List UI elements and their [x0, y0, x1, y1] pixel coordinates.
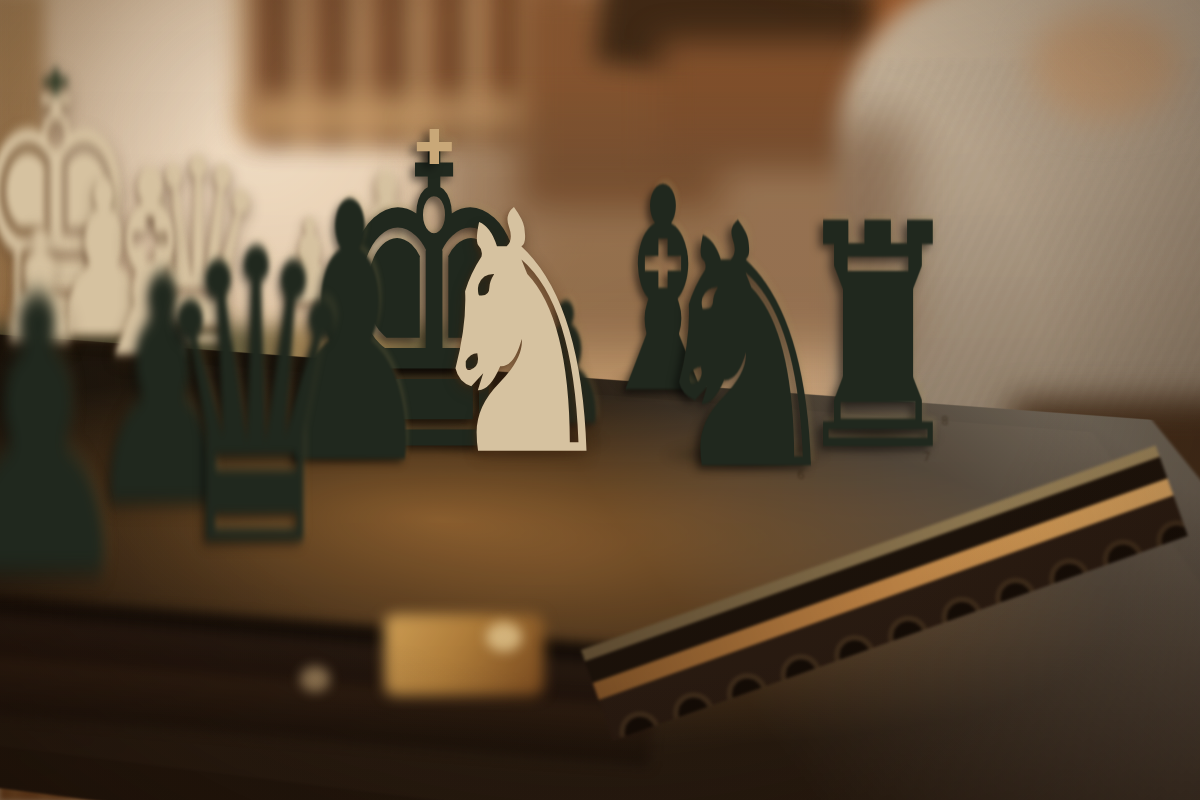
brass-clasp [384, 614, 544, 696]
bokeh-highlight-2 [300, 666, 330, 692]
piece-white-knight[interactable]: ♞ [418, 168, 623, 502]
piece-dark-queen[interactable]: ♛ [152, 199, 359, 603]
piece-dark-pawn-1[interactable]: ♟ [0, 247, 136, 630]
couch-light-bokeh [1030, 10, 1180, 120]
piece-dark-knight[interactable]: ♞ [642, 181, 849, 517]
bokeh-highlight-1 [486, 622, 522, 652]
white-king-cross-finial: ✚ [42, 65, 71, 99]
photo-scene: 876 ♚✚♟♟♝♛♟♝♞♟♟♛♟♚✚♟♝♞♜ [0, 0, 1200, 800]
